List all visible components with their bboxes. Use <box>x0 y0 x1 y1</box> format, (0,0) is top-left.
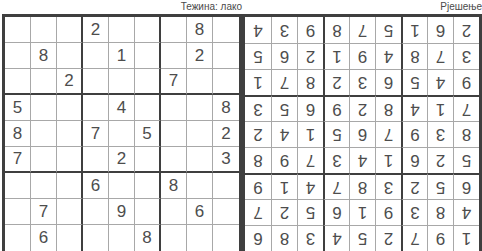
puzzle-cell <box>213 69 239 95</box>
solution-cell: 4 <box>375 43 401 69</box>
puzzle-cell <box>135 199 161 225</box>
puzzle-cell <box>213 225 239 251</box>
solution-cell: 7 <box>245 199 271 225</box>
puzzle-cell: 2 <box>213 121 239 147</box>
puzzle-cell <box>57 225 83 251</box>
solution-cell: 7 <box>349 17 375 43</box>
solution-grid: 1972543864839165276523874195261437988397… <box>242 14 482 251</box>
solution-cell: 7 <box>401 225 427 251</box>
solution-cell: 6 <box>453 173 479 199</box>
puzzle-cell: 7 <box>83 121 109 147</box>
puzzle-cell <box>109 69 135 95</box>
puzzle-cell <box>31 95 57 121</box>
puzzle-cell: 8 <box>161 173 187 199</box>
puzzle-cell <box>109 173 135 199</box>
puzzle-cell <box>57 17 83 43</box>
solution-cell: 3 <box>453 43 479 69</box>
solution-cell: 5 <box>323 121 349 147</box>
puzzle-cell: 2 <box>109 147 135 173</box>
puzzle-cell <box>83 225 109 251</box>
solution-cell: 4 <box>245 17 271 43</box>
puzzle-grid: 288122754887527236879668 <box>2 14 242 251</box>
puzzle-cell: 4 <box>109 95 135 121</box>
solution-cell: 1 <box>349 199 375 225</box>
solution-cell: 5 <box>453 147 479 173</box>
solution-cell: 1 <box>375 147 401 173</box>
puzzle-cell <box>31 17 57 43</box>
solution-cell: 9 <box>349 43 375 69</box>
solution-cell: 3 <box>297 225 323 251</box>
puzzle-panel: Тежина: лако 288122754887527236879668 <box>2 1 242 251</box>
puzzle-cell <box>5 17 31 43</box>
puzzle-cell <box>57 43 83 69</box>
puzzle-cell: 8 <box>31 43 57 69</box>
solution-cell: 9 <box>453 69 479 95</box>
puzzle-cell <box>213 199 239 225</box>
puzzle-cell <box>213 43 239 69</box>
puzzle-cell <box>135 173 161 199</box>
solution-cell: 7 <box>323 173 349 199</box>
puzzle-cell: 2 <box>187 43 213 69</box>
puzzle-cell: 2 <box>83 17 109 43</box>
solution-cell: 9 <box>271 147 297 173</box>
page: Тежина: лако 288122754887527236879668 Рј… <box>0 0 482 251</box>
puzzle-cell <box>161 147 187 173</box>
solution-cell: 6 <box>427 17 453 43</box>
solution-cell: 1 <box>323 43 349 69</box>
solution-cell: 5 <box>375 17 401 43</box>
solution-cell: 2 <box>245 121 271 147</box>
solution-cell: 8 <box>349 173 375 199</box>
puzzle-cell <box>135 147 161 173</box>
solution-cell: 8 <box>427 199 453 225</box>
solution-cell: 4 <box>453 199 479 225</box>
puzzle-cell: 9 <box>109 199 135 225</box>
solution-cell: 1 <box>245 69 271 95</box>
puzzle-cell <box>31 69 57 95</box>
solution-cell: 5 <box>271 95 297 121</box>
puzzle-cell <box>135 17 161 43</box>
solution-cell: 4 <box>401 95 427 121</box>
solution-cell: 9 <box>401 121 427 147</box>
puzzle-cell <box>135 43 161 69</box>
puzzle-cell <box>5 69 31 95</box>
puzzle-cell <box>83 147 109 173</box>
solution-cell: 6 <box>297 95 323 121</box>
solution-cell: 9 <box>375 199 401 225</box>
puzzle-cell: 5 <box>5 95 31 121</box>
puzzle-cell: 8 <box>5 121 31 147</box>
solution-cell: 3 <box>245 95 271 121</box>
puzzle-cell <box>161 17 187 43</box>
solution-cell: 2 <box>427 147 453 173</box>
puzzle-cell <box>135 95 161 121</box>
difficulty-label: Тежина: лако <box>2 1 242 13</box>
puzzle-cell <box>187 95 213 121</box>
solution-cell: 7 <box>297 147 323 173</box>
solution-cell: 1 <box>401 17 427 43</box>
solution-cell: 8 <box>297 69 323 95</box>
puzzle-cell: 8 <box>135 225 161 251</box>
solution-cell: 5 <box>349 225 375 251</box>
puzzle-cell <box>161 121 187 147</box>
puzzle-cell <box>161 43 187 69</box>
puzzle-cell <box>109 121 135 147</box>
puzzle-cell <box>187 69 213 95</box>
puzzle-cell <box>31 121 57 147</box>
solution-cell: 6 <box>375 69 401 95</box>
solution-cell: 6 <box>245 225 271 251</box>
solution-cell: 2 <box>323 69 349 95</box>
puzzle-cell <box>83 199 109 225</box>
solution-cell: 4 <box>271 121 297 147</box>
solution-cell: 9 <box>427 225 453 251</box>
solution-cell: 9 <box>297 17 323 43</box>
solution-label: Рјешење <box>242 1 482 13</box>
puzzle-cell: 2 <box>57 69 83 95</box>
puzzle-cell <box>57 199 83 225</box>
puzzle-cell <box>161 95 187 121</box>
solution-cell: 6 <box>323 199 349 225</box>
solution-cell: 2 <box>375 225 401 251</box>
puzzle-cell <box>83 95 109 121</box>
puzzle-cell: 8 <box>213 95 239 121</box>
solution-cell: 1 <box>427 95 453 121</box>
puzzle-cell <box>83 69 109 95</box>
puzzle-cell <box>5 199 31 225</box>
solution-cell: 6 <box>349 121 375 147</box>
solution-cell: 1 <box>271 173 297 199</box>
puzzle-cell <box>161 225 187 251</box>
puzzle-cell <box>135 69 161 95</box>
puzzle-cell <box>5 43 31 69</box>
solution-cell: 5 <box>245 43 271 69</box>
puzzle-cell: 3 <box>213 147 239 173</box>
solution-cell: 4 <box>427 69 453 95</box>
puzzle-cell: 8 <box>187 17 213 43</box>
puzzle-cell <box>57 95 83 121</box>
solution-cell: 8 <box>271 225 297 251</box>
puzzle-cell <box>57 173 83 199</box>
solution-cell: 7 <box>271 69 297 95</box>
solution-cell: 7 <box>427 43 453 69</box>
solution-cell: 3 <box>375 173 401 199</box>
solution-cell: 2 <box>297 43 323 69</box>
solution-cell: 1 <box>297 121 323 147</box>
solution-cell: 3 <box>427 121 453 147</box>
puzzle-cell <box>109 225 135 251</box>
solution-cell: 4 <box>349 147 375 173</box>
puzzle-cell <box>109 17 135 43</box>
puzzle-cell <box>187 225 213 251</box>
solution-cell: 3 <box>323 147 349 173</box>
solution-cell: 4 <box>323 225 349 251</box>
puzzle-cell: 5 <box>135 121 161 147</box>
solution-cell: 2 <box>349 95 375 121</box>
solution-cell: 8 <box>401 43 427 69</box>
puzzle-cell: 7 <box>161 69 187 95</box>
puzzle-cell <box>83 43 109 69</box>
solution-cell: 2 <box>271 199 297 225</box>
puzzle-cell <box>187 121 213 147</box>
solution-cell: 6 <box>271 43 297 69</box>
solution-cell: 7 <box>453 95 479 121</box>
solution-cell: 2 <box>453 17 479 43</box>
puzzle-cell: 7 <box>5 147 31 173</box>
puzzle-cell <box>5 173 31 199</box>
solution-cell: 4 <box>297 173 323 199</box>
puzzle-cell: 7 <box>31 199 57 225</box>
solution-cell: 7 <box>375 121 401 147</box>
puzzle-cell <box>213 173 239 199</box>
solution-panel: Рјешење 19725438648391652765238741952614… <box>242 1 482 251</box>
puzzle-cell <box>5 225 31 251</box>
solution-cell: 1 <box>453 225 479 251</box>
solution-cell: 9 <box>245 173 271 199</box>
puzzle-cell <box>31 173 57 199</box>
solution-cell: 5 <box>297 199 323 225</box>
solution-cell: 3 <box>271 17 297 43</box>
solution-cell: 3 <box>401 199 427 225</box>
puzzle-cell: 6 <box>187 199 213 225</box>
solution-cell: 8 <box>323 17 349 43</box>
puzzle-cell: 1 <box>109 43 135 69</box>
solution-cell: 3 <box>349 69 375 95</box>
solution-cell: 2 <box>401 173 427 199</box>
solution-cell: 5 <box>401 69 427 95</box>
solution-cell: 5 <box>427 173 453 199</box>
solution-cell: 9 <box>323 95 349 121</box>
puzzle-cell: 6 <box>83 173 109 199</box>
solution-cell: 6 <box>401 147 427 173</box>
solution-cell: 8 <box>375 95 401 121</box>
solution-cell: 8 <box>245 147 271 173</box>
puzzle-cell: 6 <box>31 225 57 251</box>
puzzle-cell <box>57 121 83 147</box>
puzzle-cell <box>187 173 213 199</box>
solution-cell: 8 <box>453 121 479 147</box>
puzzle-cell <box>31 147 57 173</box>
puzzle-cell <box>57 147 83 173</box>
puzzle-cell <box>213 17 239 43</box>
puzzle-cell <box>187 147 213 173</box>
puzzle-cell <box>161 199 187 225</box>
